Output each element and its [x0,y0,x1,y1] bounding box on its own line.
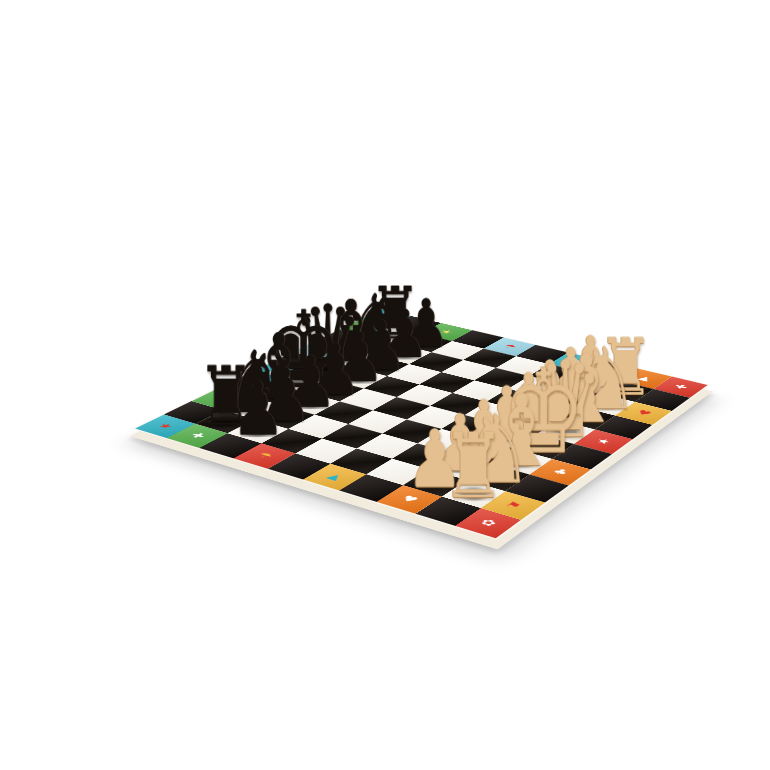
chessboard: ⚑★☂✿▲✚☂♜♟♟♜♞♟♟♞♥✿♝♟♟♝♛♟♟♛★♥♚♟♟♚♝♟♟♝♣⚑♞♟♟… [135,309,707,538]
square-h6[interactable] [261,429,322,454]
square-h5[interactable] [295,438,356,463]
chessboard-grid: ⚑★☂✿▲✚☂♜♟♟♜♞♟♟♞♥✿♝♟♟♝♛♟♟♛★♥♚♟♟♚♝♟♟♝♣⚑♞♟♟… [135,309,707,538]
product-photo: ⚑★☂✿▲✚☂♜♟♟♜♞♟♟♞♥✿♝♟♟♝♛♟♟♛★♥♚♟♟♚♝♟♟♝♣⚑♞♟♟… [40,16,770,770]
